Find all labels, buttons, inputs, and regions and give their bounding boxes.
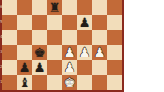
square-b5[interactable] (17, 15, 32, 30)
square-b6[interactable] (17, 0, 32, 15)
square-f1[interactable] (77, 75, 92, 90)
square-h3[interactable] (107, 45, 122, 60)
square-c1[interactable] (32, 75, 47, 90)
square-a4[interactable] (2, 30, 17, 45)
black-rook[interactable]: ♜ (49, 0, 61, 15)
rank-label: 5 (0, 20, 2, 24)
square-b3[interactable] (17, 45, 32, 60)
square-b2[interactable]: ♟ (17, 60, 32, 75)
square-g4[interactable] (92, 30, 107, 45)
square-h5[interactable] (107, 15, 122, 30)
square-g2[interactable] (92, 60, 107, 75)
square-f3[interactable]: ♟ (77, 45, 92, 60)
black-king[interactable]: ♚ (34, 45, 46, 60)
square-d1[interactable] (47, 75, 62, 90)
square-a2[interactable] (2, 60, 17, 75)
square-e3[interactable]: ♟ (62, 45, 77, 60)
square-f4[interactable] (77, 30, 92, 45)
square-g1[interactable] (92, 75, 107, 90)
square-g3[interactable]: ♟ (92, 45, 107, 60)
square-d5[interactable] (47, 15, 62, 30)
rank-label: 3 (0, 50, 2, 54)
black-pawn[interactable]: ♟ (34, 60, 46, 75)
page-background: ♜♟♚♟♟♟♟♟♟♝♚654321 (0, 0, 164, 92)
square-h1[interactable] (107, 75, 122, 90)
square-f2[interactable] (77, 60, 92, 75)
square-e1[interactable]: ♚ (62, 75, 77, 90)
square-f6[interactable] (77, 0, 92, 15)
rank-label: 6 (0, 5, 2, 9)
black-pawn[interactable]: ♟ (19, 60, 31, 75)
square-a5[interactable] (2, 15, 17, 30)
rank-label: 2 (0, 65, 2, 69)
white-pawn[interactable]: ♟ (64, 45, 76, 60)
square-f5[interactable]: ♟ (77, 15, 92, 30)
square-d6[interactable]: ♜ (47, 0, 62, 15)
square-c4[interactable] (32, 30, 47, 45)
square-e4[interactable] (62, 30, 77, 45)
square-h4[interactable] (107, 30, 122, 45)
square-h2[interactable] (107, 60, 122, 75)
square-d4[interactable] (47, 30, 62, 45)
square-e5[interactable] (62, 15, 77, 30)
square-b1[interactable]: ♝ (17, 75, 32, 90)
square-a6[interactable] (2, 0, 17, 15)
square-a1[interactable] (2, 75, 17, 90)
square-e6[interactable] (62, 0, 77, 15)
white-king[interactable]: ♚ (64, 75, 76, 90)
square-d3[interactable] (47, 45, 62, 60)
rank-label: 4 (0, 35, 2, 39)
square-a3[interactable] (2, 45, 17, 60)
black-bishop[interactable]: ♝ (19, 75, 31, 90)
square-c5[interactable] (32, 15, 47, 30)
square-c2[interactable]: ♟ (32, 60, 47, 75)
square-d2[interactable] (47, 60, 62, 75)
square-c6[interactable] (32, 0, 47, 15)
white-pawn[interactable]: ♟ (79, 45, 91, 60)
square-h6[interactable] (107, 0, 122, 15)
square-g6[interactable] (92, 0, 107, 15)
white-pawn[interactable]: ♟ (94, 45, 106, 60)
rank-label: 1 (0, 80, 2, 84)
square-e2[interactable]: ♟ (62, 60, 77, 75)
square-g5[interactable] (92, 15, 107, 30)
square-b4[interactable] (17, 30, 32, 45)
chess-board: ♜♟♚♟♟♟♟♟♟♝♚654321 (0, 0, 124, 92)
black-pawn[interactable]: ♟ (79, 15, 91, 30)
white-pawn[interactable]: ♟ (64, 60, 76, 75)
square-c3[interactable]: ♚ (32, 45, 47, 60)
